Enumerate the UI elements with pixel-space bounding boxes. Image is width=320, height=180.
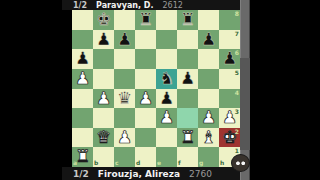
coord-label: 8 [235,11,239,17]
square-c3[interactable] [114,108,135,128]
square-a8[interactable] [72,10,93,30]
coord-label: b [94,160,98,166]
square-e2[interactable] [156,128,177,148]
bottom-player-name: Firouzja, Alireza [98,169,180,179]
square-g8[interactable] [198,10,219,30]
piece-white-queen: ♛ [93,128,114,148]
video-frame: 1/2 Paravyan, D. 2612 ♚♜♜8♟♟♟7♟♟6♟♞♟5♟♛♟… [62,0,252,180]
piece-black-pawn: ♟ [114,30,135,50]
square-g5[interactable] [198,69,219,89]
square-d7[interactable] [135,30,156,50]
square-h4[interactable]: 4 [219,89,240,109]
square-e5[interactable]: ♞ [156,69,177,89]
piece-black-rook: ♜ [135,10,156,30]
coord-label: 7 [235,31,239,37]
coord-label: 2 [235,129,239,135]
square-b4[interactable]: ♟ [93,89,114,109]
coord-label: f [178,160,181,166]
piece-white-pawn: ♟ [72,69,93,89]
piece-black-pawn: ♟ [198,30,219,50]
square-h6[interactable]: ♟6 [219,49,240,69]
square-d6[interactable] [135,49,156,69]
coord-label: g [199,160,203,166]
square-d1[interactable]: d [135,147,156,167]
square-f2[interactable]: ♜ [177,128,198,148]
coord-label: d [136,160,140,166]
piece-white-pawn: ♟ [198,108,219,128]
piece-black-pawn: ♟ [156,89,177,109]
piece-black-pawn: ♟ [177,69,198,89]
coord-label: 4 [235,90,239,96]
square-c5[interactable] [114,69,135,89]
chess-board: ♚♜♜8♟♟♟7♟♟6♟♞♟5♟♛♟♟4♟♟♟3♛♟♜♝♚2♜abcdefg1h [72,10,240,167]
coord-label: e [157,160,161,166]
coord-label: 3 [235,109,239,115]
piece-black-king: ♚ [93,10,114,30]
coord-label: c [115,160,119,166]
square-a4[interactable] [72,89,93,109]
square-g4[interactable] [198,89,219,109]
square-c7[interactable]: ♟ [114,30,135,50]
square-g2[interactable]: ♝ [198,128,219,148]
square-g1[interactable]: g [198,147,219,167]
square-h2[interactable]: ♚2 [219,128,240,148]
piece-white-pawn: ♟ [93,89,114,109]
square-e8[interactable] [156,10,177,30]
square-e3[interactable]: ♟ [156,108,177,128]
square-f6[interactable] [177,49,198,69]
square-h5[interactable]: 5 [219,69,240,89]
piece-black-rook: ♜ [177,10,198,30]
square-g6[interactable] [198,49,219,69]
square-d2[interactable] [135,128,156,148]
square-c2[interactable]: ♟ [114,128,135,148]
piece-white-rook: ♜ [177,128,198,148]
square-c8[interactable] [114,10,135,30]
square-e6[interactable] [156,49,177,69]
square-c1[interactable]: c [114,147,135,167]
piece-white-pawn: ♟ [135,89,156,109]
square-h7[interactable]: 7 [219,30,240,50]
square-b5[interactable] [93,69,114,89]
square-d8[interactable]: ♜ [135,10,156,30]
top-player-score: 1/2 [73,1,87,10]
piece-white-pawn: ♟ [114,128,135,148]
smiley-face-icon [231,154,250,172]
square-a7[interactable] [72,30,93,50]
square-f8[interactable]: ♜ [177,10,198,30]
square-b1[interactable]: b [93,147,114,167]
square-b3[interactable] [93,108,114,128]
square-f7[interactable] [177,30,198,50]
square-a1[interactable]: ♜a [72,147,93,167]
square-f5[interactable]: ♟ [177,69,198,89]
piece-white-pawn: ♟ [156,108,177,128]
square-e1[interactable]: e [156,147,177,167]
bottom-player-bar: 1/2 Firouzja, Alireza 2760 [62,167,240,180]
square-c4[interactable]: ♛ [114,89,135,109]
square-c6[interactable] [114,49,135,69]
coord-label: a [73,160,77,166]
square-g3[interactable]: ♟ [198,108,219,128]
square-g7[interactable]: ♟ [198,30,219,50]
piece-black-knight: ♞ [156,69,177,89]
square-b2[interactable]: ♛ [93,128,114,148]
scrollbar[interactable] [240,0,250,180]
square-f4[interactable] [177,89,198,109]
bottom-player-score: 1/2 [73,169,89,179]
piece-black-pawn: ♟ [93,30,114,50]
square-f1[interactable]: f [177,147,198,167]
coord-label: 6 [235,50,239,56]
square-h8[interactable]: 8 [219,10,240,30]
square-a5[interactable]: ♟ [72,69,93,89]
coord-label: 5 [235,70,239,76]
coord-label: h [220,160,224,166]
square-d5[interactable] [135,69,156,89]
square-f3[interactable] [177,108,198,128]
piece-black-queen: ♛ [114,89,135,109]
square-b6[interactable] [93,49,114,69]
square-b7[interactable]: ♟ [93,30,114,50]
square-h3[interactable]: ♟3 [219,108,240,128]
scrollbar-thumb[interactable] [240,58,250,150]
bottom-player-rating: 2760 [189,169,212,179]
square-a3[interactable] [72,108,93,128]
piece-black-pawn: ♟ [72,49,93,69]
square-a2[interactable] [72,128,93,148]
square-d3[interactable] [135,108,156,128]
square-d4[interactable]: ♟ [135,89,156,109]
square-e4[interactable]: ♟ [156,89,177,109]
square-e7[interactable] [156,30,177,50]
square-b8[interactable]: ♚ [93,10,114,30]
square-a6[interactable]: ♟ [72,49,93,69]
piece-white-bishop: ♝ [198,128,219,148]
